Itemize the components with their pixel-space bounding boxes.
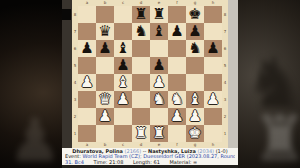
square-d4 <box>132 74 150 91</box>
square-d1: ♜ <box>132 125 150 142</box>
square-h7 <box>204 23 222 40</box>
square-f4 <box>168 74 186 91</box>
piece-black-pawn: ♟ <box>188 24 201 39</box>
length-info: Length: 61 <box>133 160 160 165</box>
square-a8 <box>78 6 96 23</box>
game-result: (1-0) <box>216 149 228 154</box>
square-a1 <box>78 125 96 142</box>
piece-white-pawn: ♟ <box>98 109 111 124</box>
coord-label-3: 3 <box>222 91 228 108</box>
right-pillarbox-bar: ♞ ♜ <box>238 0 300 168</box>
piece-black-bishop: ♝ <box>116 41 129 56</box>
photo-area: abcdefgh 87654321 ♜♜♚♛♞♝♟♟♟♟♝♞♟♟♟♟♝♟♛♟♞♞… <box>62 0 238 168</box>
square-g6: ♞ <box>186 40 204 57</box>
coord-label-4: 4 <box>222 74 228 91</box>
square-b6: ♟ <box>96 40 114 57</box>
coord-label-b: b <box>96 142 114 148</box>
vs-separator: -- <box>143 149 147 154</box>
square-g2: ♟ <box>186 108 204 125</box>
square-e2 <box>150 108 168 125</box>
square-c3: ♟ <box>114 91 132 108</box>
piece-black-pawn: ♟ <box>170 24 183 39</box>
black-player-rating: (2034) <box>197 149 214 154</box>
piece-white-pawn: ♟ <box>80 75 93 90</box>
piece-white-pawn: ♟ <box>116 92 129 107</box>
square-g7: ♟ <box>186 23 204 40</box>
piece-white-pawn: ♟ <box>188 109 201 124</box>
piece-black-bishop: ♝ <box>152 24 165 39</box>
piece-black-pawn: ♟ <box>206 41 219 56</box>
square-f2: ♟ <box>168 108 186 125</box>
piece-black-knight: ♞ <box>134 24 147 39</box>
square-c5: ♟ <box>114 57 132 74</box>
board-zone: abcdefgh 87654321 ♜♜♚♛♞♝♟♟♟♟♝♞♟♟♟♟♝♟♛♟♞♞… <box>62 0 238 148</box>
square-d5 <box>132 57 150 74</box>
square-a7 <box>78 23 96 40</box>
square-a4: ♟ <box>78 74 96 91</box>
piece-white-knight: ♞ <box>152 92 165 107</box>
square-e8: ♜ <box>150 6 168 23</box>
square-e6 <box>150 40 168 57</box>
white-player-rating: (2166) <box>125 149 142 154</box>
square-b2: ♟ <box>96 108 114 125</box>
coord-label-8: 8 <box>222 6 228 23</box>
square-g4 <box>186 74 204 91</box>
square-h6: ♟ <box>204 40 222 57</box>
file-labels-bottom: abcdefgh <box>78 142 222 148</box>
square-a2 <box>78 108 96 125</box>
piece-black-pawn: ♟ <box>80 41 93 56</box>
piece-black-pawn: ♟ <box>116 58 129 73</box>
bottom-edge <box>62 165 238 168</box>
piece-white-king: ♚ <box>188 126 201 141</box>
event-label: Event: <box>65 154 81 159</box>
square-d8: ♜ <box>132 6 150 23</box>
piece-white-queen: ♛ <box>98 92 111 107</box>
coord-label-5: 5 <box>222 57 228 74</box>
square-c2 <box>114 108 132 125</box>
square-f3: ♞ <box>168 91 186 108</box>
square-f8 <box>168 6 186 23</box>
square-b3: ♛ <box>96 91 114 108</box>
square-c1 <box>114 125 132 142</box>
black-player-name: Nastyshka, Luiza <box>148 149 196 154</box>
chess-board: abcdefgh 87654321 ♜♜♚♛♞♝♟♟♟♟♝♞♟♟♟♟♝♟♛♟♞♞… <box>72 0 228 148</box>
square-d3 <box>132 91 150 108</box>
piece-white-rook: ♜ <box>152 126 165 141</box>
coord-label-c: c <box>114 142 132 148</box>
square-b7: ♛ <box>96 23 114 40</box>
square-a6: ♟ <box>78 40 96 57</box>
coord-label-7: 7 <box>222 23 228 40</box>
square-g1: ♚ <box>186 125 204 142</box>
square-e1: ♜ <box>150 125 168 142</box>
square-h2 <box>204 108 222 125</box>
piece-white-bishop: ♝ <box>116 75 129 90</box>
time-info: Time: 21:08 <box>94 160 124 165</box>
square-f6 <box>168 40 186 57</box>
coord-label-g: g <box>186 142 204 148</box>
square-e4: ♟ <box>150 74 168 91</box>
rank-labels-right: 87654321 <box>222 6 228 142</box>
material-info: Material: = <box>170 160 198 165</box>
piece-black-king: ♚ <box>188 7 201 22</box>
square-g5 <box>186 57 204 74</box>
coord-label-d: d <box>132 142 150 148</box>
coord-label-2: 2 <box>222 108 228 125</box>
event-value: World Rapid Team (CZ); Duesseldorf GER (… <box>83 154 235 159</box>
square-f5 <box>168 57 186 74</box>
piece-white-pawn: ♟ <box>206 92 219 107</box>
square-c7 <box>114 23 132 40</box>
square-d2 <box>132 108 150 125</box>
piece-black-pawn: ♟ <box>98 41 111 56</box>
square-h5 <box>204 57 222 74</box>
square-a3 <box>78 91 96 108</box>
square-e7: ♝ <box>150 23 168 40</box>
square-h3: ♟ <box>204 91 222 108</box>
coord-label-1: 1 <box>222 125 228 142</box>
square-e3: ♞ <box>150 91 168 108</box>
coord-label-a: a <box>78 142 96 148</box>
piece-white-pawn: ♟ <box>170 109 183 124</box>
piece-black-queen: ♛ <box>98 24 111 39</box>
white-player-name: Dhuratova, Polina <box>72 149 123 154</box>
square-h4 <box>204 74 222 91</box>
last-move: 31. Bc4 <box>65 160 84 165</box>
square-f7: ♟ <box>168 23 186 40</box>
piece-black-pawn: ♟ <box>152 58 165 73</box>
game-caption: Dhuratova, Polina (2166) -- Nastyshka, L… <box>62 148 238 165</box>
square-g8: ♚ <box>186 6 204 23</box>
piece-black-knight: ♞ <box>188 41 201 56</box>
square-e5: ♟ <box>150 57 168 74</box>
square-h1 <box>204 125 222 142</box>
square-c8 <box>114 6 132 23</box>
blurred-rook-icon: ♜ <box>252 108 300 168</box>
left-pillarbox-bar: ♟ <box>0 0 62 168</box>
piece-black-rook: ♜ <box>134 7 147 22</box>
coord-label-e: e <box>150 142 168 148</box>
square-d7: ♞ <box>132 23 150 40</box>
square-g3: ♝ <box>186 91 204 108</box>
blurred-pawn-icon: ♟ <box>8 110 62 168</box>
board-squares: ♜♜♚♛♞♝♟♟♟♟♝♞♟♟♟♟♝♟♛♟♞♞♝♟♟♟♟♜♜♚ <box>78 6 222 142</box>
square-b8 <box>96 6 114 23</box>
coord-label-f: f <box>168 142 186 148</box>
corner <box>222 142 228 148</box>
square-b4 <box>96 74 114 91</box>
square-h8 <box>204 6 222 23</box>
video-frame[interactable]: ♟ abcdefgh 87654321 ♜♜♚♛♞♝♟♟♟♟♝♞♟♟♟♟♝♟♛♟… <box>0 0 300 168</box>
piece-white-pawn: ♟ <box>152 75 165 90</box>
coord-label-6: 6 <box>222 40 228 57</box>
piece-white-bishop: ♝ <box>188 92 201 107</box>
piece-black-rook: ♜ <box>152 7 165 22</box>
square-f1 <box>168 125 186 142</box>
square-b5 <box>96 57 114 74</box>
square-a5 <box>78 57 96 74</box>
piece-white-rook: ♜ <box>134 126 147 141</box>
square-b1 <box>96 125 114 142</box>
square-c6: ♝ <box>114 40 132 57</box>
square-c4: ♝ <box>114 74 132 91</box>
piece-white-knight: ♞ <box>170 92 183 107</box>
square-d6 <box>132 40 150 57</box>
coord-label-h: h <box>204 142 222 148</box>
